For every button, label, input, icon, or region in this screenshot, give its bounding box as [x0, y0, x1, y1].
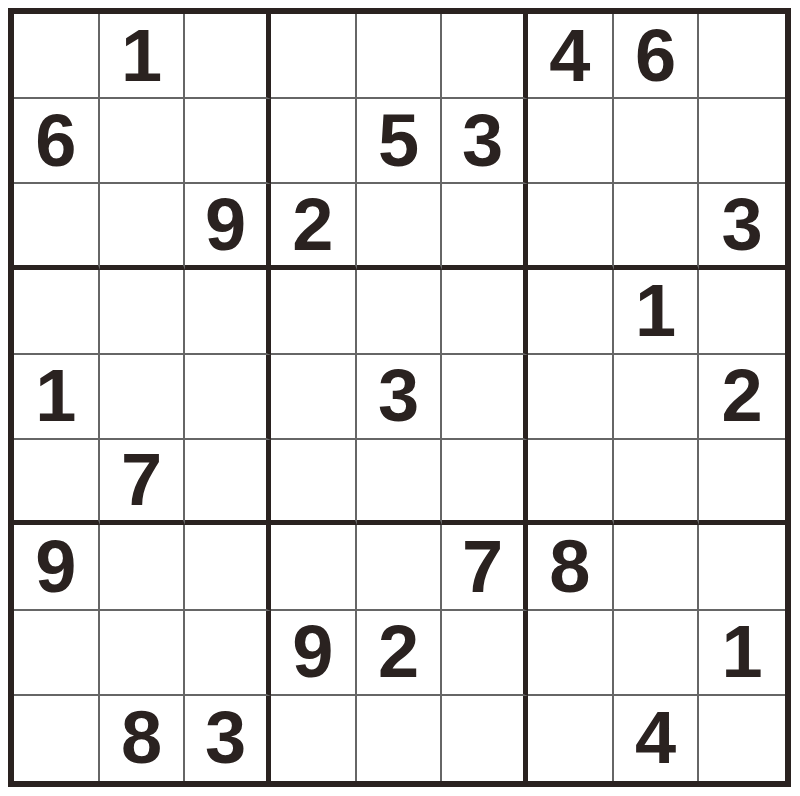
sudoku-cell-r7c3[interactable] [185, 525, 271, 610]
sudoku-cell-r9c2[interactable]: 8 [100, 696, 186, 781]
sudoku-cell-r4c7[interactable] [528, 270, 614, 355]
sudoku-cell-r4c6[interactable] [442, 270, 528, 355]
sudoku-cell-r1c5[interactable] [357, 14, 443, 99]
sudoku-cell-r5c1[interactable]: 1 [14, 355, 100, 440]
sudoku-cell-r4c8[interactable]: 1 [614, 270, 700, 355]
sudoku-cell-r4c4[interactable] [271, 270, 357, 355]
sudoku-cell-r8c6[interactable] [442, 611, 528, 696]
sudoku-cell-r9c5[interactable] [357, 696, 443, 781]
sudoku-cell-r8c5[interactable]: 2 [357, 611, 443, 696]
sudoku-cell-r4c9[interactable] [699, 270, 785, 355]
sudoku-cell-r7c6[interactable]: 7 [442, 525, 528, 610]
sudoku-cell-r2c7[interactable] [528, 99, 614, 184]
sudoku-cell-r8c3[interactable] [185, 611, 271, 696]
sudoku-cell-r3c9[interactable]: 3 [699, 184, 785, 269]
sudoku-cell-r6c9[interactable] [699, 440, 785, 525]
sudoku-cell-r5c7[interactable] [528, 355, 614, 440]
sudoku-cell-r4c2[interactable] [100, 270, 186, 355]
sudoku-cell-r9c7[interactable] [528, 696, 614, 781]
sudoku-cell-r7c1[interactable]: 9 [14, 525, 100, 610]
sudoku-cell-r7c7[interactable]: 8 [528, 525, 614, 610]
sudoku-cell-r3c1[interactable] [14, 184, 100, 269]
sudoku-cell-r7c2[interactable] [100, 525, 186, 610]
sudoku-cell-r9c6[interactable] [442, 696, 528, 781]
sudoku-cell-r1c1[interactable] [14, 14, 100, 99]
sudoku-cell-r3c6[interactable] [442, 184, 528, 269]
sudoku-cell-r3c2[interactable] [100, 184, 186, 269]
sudoku-cell-r3c4[interactable]: 2 [271, 184, 357, 269]
sudoku-cell-r8c1[interactable] [14, 611, 100, 696]
sudoku-cell-r2c9[interactable] [699, 99, 785, 184]
sudoku-cell-r6c3[interactable] [185, 440, 271, 525]
sudoku-cell-r2c8[interactable] [614, 99, 700, 184]
sudoku-cell-r9c8[interactable]: 4 [614, 696, 700, 781]
sudoku-cell-r3c3[interactable]: 9 [185, 184, 271, 269]
sudoku-cell-r5c8[interactable] [614, 355, 700, 440]
sudoku-cell-r1c2[interactable]: 1 [100, 14, 186, 99]
sudoku-cell-r8c9[interactable]: 1 [699, 611, 785, 696]
sudoku-cell-r7c9[interactable] [699, 525, 785, 610]
sudoku-cell-r1c6[interactable] [442, 14, 528, 99]
sudoku-cell-r2c5[interactable]: 5 [357, 99, 443, 184]
sudoku-cell-r4c3[interactable] [185, 270, 271, 355]
sudoku-cell-r8c8[interactable] [614, 611, 700, 696]
sudoku-cell-r8c4[interactable]: 9 [271, 611, 357, 696]
sudoku-cell-r2c4[interactable] [271, 99, 357, 184]
sudoku-cell-r3c8[interactable] [614, 184, 700, 269]
sudoku-board: 14665392311327978921834 [8, 8, 791, 787]
sudoku-cell-r1c7[interactable]: 4 [528, 14, 614, 99]
sudoku-cell-r7c4[interactable] [271, 525, 357, 610]
sudoku-cell-r2c6[interactable]: 3 [442, 99, 528, 184]
sudoku-cell-r9c1[interactable] [14, 696, 100, 781]
sudoku-cell-r8c7[interactable] [528, 611, 614, 696]
sudoku-cell-r6c5[interactable] [357, 440, 443, 525]
sudoku-cell-r3c7[interactable] [528, 184, 614, 269]
sudoku-cell-r5c3[interactable] [185, 355, 271, 440]
sudoku-cell-r6c2[interactable]: 7 [100, 440, 186, 525]
sudoku-cell-r5c9[interactable]: 2 [699, 355, 785, 440]
sudoku-cell-r6c8[interactable] [614, 440, 700, 525]
sudoku-cell-r5c4[interactable] [271, 355, 357, 440]
sudoku-cell-r1c4[interactable] [271, 14, 357, 99]
sudoku-cell-r8c2[interactable] [100, 611, 186, 696]
sudoku-cell-r2c2[interactable] [100, 99, 186, 184]
sudoku-cell-r7c5[interactable] [357, 525, 443, 610]
sudoku-cell-r6c4[interactable] [271, 440, 357, 525]
sudoku-cell-r6c6[interactable] [442, 440, 528, 525]
sudoku-cell-r5c6[interactable] [442, 355, 528, 440]
sudoku-cell-r7c8[interactable] [614, 525, 700, 610]
sudoku-cell-r2c3[interactable] [185, 99, 271, 184]
sudoku-cell-r4c5[interactable] [357, 270, 443, 355]
sudoku-cell-r6c1[interactable] [14, 440, 100, 525]
sudoku-cell-r1c8[interactable]: 6 [614, 14, 700, 99]
sudoku-cell-r9c9[interactable] [699, 696, 785, 781]
sudoku-cell-r1c3[interactable] [185, 14, 271, 99]
sudoku-cell-r9c4[interactable] [271, 696, 357, 781]
sudoku-cell-r4c1[interactable] [14, 270, 100, 355]
sudoku-cell-r5c5[interactable]: 3 [357, 355, 443, 440]
sudoku-cell-r9c3[interactable]: 3 [185, 696, 271, 781]
sudoku-cell-r3c5[interactable] [357, 184, 443, 269]
sudoku-cell-r6c7[interactable] [528, 440, 614, 525]
sudoku-cell-r2c1[interactable]: 6 [14, 99, 100, 184]
sudoku-cell-r5c2[interactable] [100, 355, 186, 440]
sudoku-cell-r1c9[interactable] [699, 14, 785, 99]
